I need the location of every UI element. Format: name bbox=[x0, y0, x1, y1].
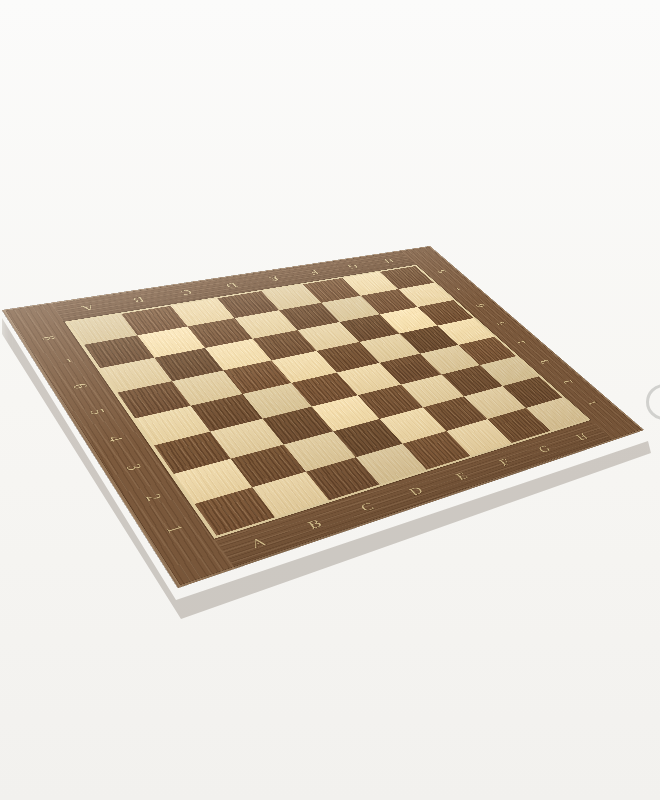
product-photo: AA88BB77CC66DD55EE44FF33GG22HH11 bbox=[0, 0, 660, 800]
watermark-arc bbox=[646, 384, 660, 420]
chessboard: AA88BB77CC66DD55EE44FF33GG22HH11 bbox=[2, 246, 644, 588]
